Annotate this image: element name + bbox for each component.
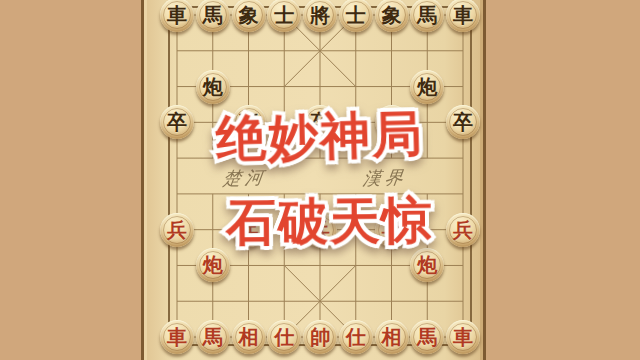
piece-red-車[interactable]: 車 (446, 320, 480, 354)
piece-black-象[interactable]: 象 (375, 0, 409, 32)
piece-black-士[interactable]: 士 (267, 0, 301, 32)
piece-red-仕[interactable]: 仕 (339, 320, 373, 354)
piece-red-相[interactable]: 相 (232, 320, 266, 354)
piece-red-兵[interactable]: 兵 (446, 213, 480, 247)
overlay-caption-line2: 石破天惊 (226, 188, 435, 257)
piece-black-炮[interactable]: 炮 (196, 70, 230, 104)
piece-black-馬[interactable]: 馬 (196, 0, 230, 32)
piece-red-炮[interactable]: 炮 (196, 248, 230, 282)
piece-red-車[interactable]: 車 (160, 320, 194, 354)
piece-black-車[interactable]: 車 (160, 0, 194, 32)
piece-red-相[interactable]: 相 (375, 320, 409, 354)
pieces-layer: 車馬象士將士象馬車炮炮卒卒卒卒卒兵兵兵兵兵炮炮車馬相仕帥仕相馬車 (141, 0, 486, 360)
overlay-caption-line1: 绝妙神局 (215, 101, 425, 173)
piece-black-卒[interactable]: 卒 (160, 105, 194, 139)
piece-black-將[interactable]: 將 (303, 0, 337, 32)
app-screen: 楚河 漢界 車馬象士將士象馬車炮炮卒卒卒卒卒兵兵兵兵兵炮炮車馬相仕帥仕相馬車 绝… (0, 0, 640, 360)
piece-black-士[interactable]: 士 (339, 0, 373, 32)
piece-red-帥[interactable]: 帥 (303, 320, 337, 354)
piece-red-仕[interactable]: 仕 (267, 320, 301, 354)
piece-black-炮[interactable]: 炮 (410, 70, 444, 104)
xiangqi-board: 楚河 漢界 車馬象士將士象馬車炮炮卒卒卒卒卒兵兵兵兵兵炮炮車馬相仕帥仕相馬車 (141, 0, 486, 360)
piece-black-車[interactable]: 車 (446, 0, 480, 32)
piece-black-卒[interactable]: 卒 (446, 105, 480, 139)
piece-red-馬[interactable]: 馬 (410, 320, 444, 354)
piece-red-兵[interactable]: 兵 (160, 213, 194, 247)
piece-black-象[interactable]: 象 (232, 0, 266, 32)
piece-black-馬[interactable]: 馬 (410, 0, 444, 32)
piece-red-馬[interactable]: 馬 (196, 320, 230, 354)
